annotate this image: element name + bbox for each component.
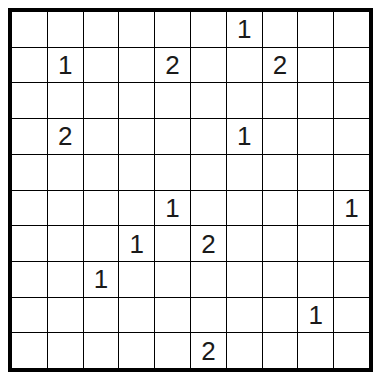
empty-cell[interactable]: [119, 298, 154, 333]
empty-cell[interactable]: [334, 119, 369, 154]
empty-cell[interactable]: [334, 262, 369, 297]
empty-cell[interactable]: [263, 12, 298, 47]
empty-cell[interactable]: [334, 333, 369, 368]
empty-cell[interactable]: [263, 83, 298, 118]
empty-cell[interactable]: [84, 226, 119, 261]
empty-cell[interactable]: [48, 262, 83, 297]
empty-cell[interactable]: [84, 83, 119, 118]
empty-cell[interactable]: [263, 191, 298, 226]
empty-cell[interactable]: [155, 298, 190, 333]
empty-cell[interactable]: [119, 119, 154, 154]
empty-cell[interactable]: [12, 119, 47, 154]
empty-cell[interactable]: [298, 48, 333, 83]
empty-cell[interactable]: [298, 119, 333, 154]
empty-cell[interactable]: [227, 333, 262, 368]
empty-cell[interactable]: [48, 155, 83, 190]
clue-cell: 2: [48, 119, 83, 154]
empty-cell[interactable]: [84, 155, 119, 190]
empty-cell[interactable]: [191, 119, 226, 154]
empty-cell[interactable]: [191, 262, 226, 297]
empty-cell[interactable]: [155, 119, 190, 154]
empty-cell[interactable]: [84, 48, 119, 83]
empty-cell[interactable]: [119, 155, 154, 190]
clue-cell: 2: [155, 48, 190, 83]
empty-cell[interactable]: [334, 226, 369, 261]
empty-cell[interactable]: [263, 155, 298, 190]
empty-cell[interactable]: [227, 298, 262, 333]
empty-cell[interactable]: [298, 12, 333, 47]
empty-cell[interactable]: [191, 298, 226, 333]
empty-cell[interactable]: [191, 48, 226, 83]
empty-cell[interactable]: [84, 12, 119, 47]
empty-cell[interactable]: [84, 119, 119, 154]
empty-cell[interactable]: [191, 83, 226, 118]
clue-cell: 1: [48, 48, 83, 83]
empty-cell[interactable]: [119, 48, 154, 83]
empty-cell[interactable]: [334, 298, 369, 333]
empty-cell[interactable]: [263, 298, 298, 333]
empty-cell[interactable]: [119, 191, 154, 226]
clue-cell: 1: [298, 298, 333, 333]
empty-cell[interactable]: [227, 191, 262, 226]
empty-cell[interactable]: [298, 155, 333, 190]
empty-cell[interactable]: [155, 12, 190, 47]
empty-cell[interactable]: [263, 262, 298, 297]
empty-cell[interactable]: [48, 83, 83, 118]
empty-cell[interactable]: [12, 191, 47, 226]
empty-cell[interactable]: [12, 48, 47, 83]
empty-cell[interactable]: [263, 333, 298, 368]
clue-cell: 1: [155, 191, 190, 226]
empty-cell[interactable]: [263, 119, 298, 154]
empty-cell[interactable]: [298, 226, 333, 261]
clue-cell: 1: [84, 262, 119, 297]
empty-cell[interactable]: [298, 333, 333, 368]
empty-cell[interactable]: [155, 262, 190, 297]
empty-cell[interactable]: [263, 226, 298, 261]
empty-cell[interactable]: [48, 12, 83, 47]
empty-cell[interactable]: [119, 83, 154, 118]
empty-cell[interactable]: [84, 191, 119, 226]
clue-cell: 1: [227, 12, 262, 47]
empty-cell[interactable]: [12, 83, 47, 118]
empty-cell[interactable]: [48, 226, 83, 261]
empty-cell[interactable]: [227, 48, 262, 83]
puzzle-page: 1122211112112: [0, 0, 381, 380]
empty-cell[interactable]: [48, 298, 83, 333]
empty-cell[interactable]: [119, 262, 154, 297]
puzzle-board: 1122211112112: [8, 8, 373, 372]
empty-cell[interactable]: [155, 226, 190, 261]
empty-cell[interactable]: [298, 83, 333, 118]
empty-cell[interactable]: [298, 262, 333, 297]
empty-cell[interactable]: [334, 48, 369, 83]
empty-cell[interactable]: [119, 333, 154, 368]
empty-cell[interactable]: [12, 155, 47, 190]
empty-cell[interactable]: [48, 333, 83, 368]
clue-cell: 2: [263, 48, 298, 83]
empty-cell[interactable]: [334, 12, 369, 47]
empty-cell[interactable]: [298, 191, 333, 226]
empty-cell[interactable]: [12, 262, 47, 297]
empty-cell[interactable]: [334, 83, 369, 118]
empty-cell[interactable]: [227, 83, 262, 118]
empty-cell[interactable]: [191, 12, 226, 47]
empty-cell[interactable]: [155, 333, 190, 368]
empty-cell[interactable]: [12, 226, 47, 261]
empty-cell[interactable]: [227, 262, 262, 297]
empty-cell[interactable]: [12, 298, 47, 333]
clue-cell: 1: [334, 191, 369, 226]
empty-cell[interactable]: [155, 155, 190, 190]
empty-cell[interactable]: [155, 83, 190, 118]
clue-cell: 2: [191, 333, 226, 368]
empty-cell[interactable]: [84, 298, 119, 333]
empty-cell[interactable]: [227, 226, 262, 261]
empty-cell[interactable]: [191, 191, 226, 226]
clue-cell: 2: [191, 226, 226, 261]
empty-cell[interactable]: [334, 155, 369, 190]
empty-cell[interactable]: [12, 333, 47, 368]
empty-cell[interactable]: [12, 12, 47, 47]
empty-cell[interactable]: [191, 155, 226, 190]
empty-cell[interactable]: [48, 191, 83, 226]
empty-cell[interactable]: [227, 155, 262, 190]
clue-cell: 1: [119, 226, 154, 261]
empty-cell[interactable]: [84, 333, 119, 368]
clue-cell: 1: [227, 119, 262, 154]
empty-cell[interactable]: [119, 12, 154, 47]
